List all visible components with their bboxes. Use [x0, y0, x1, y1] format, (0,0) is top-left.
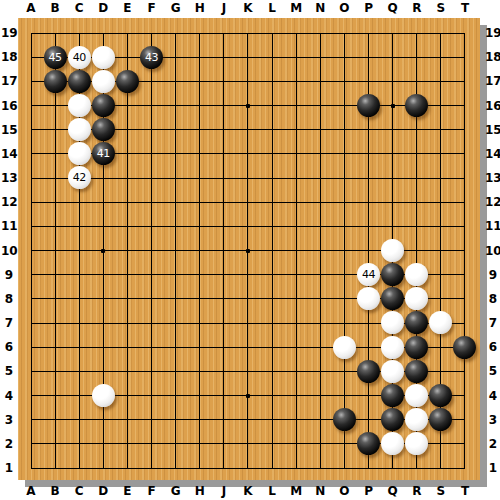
column-label-top-R: R [405, 0, 429, 16]
column-label-top-O: O [332, 0, 356, 16]
row-label-right-6: 6 [485, 339, 500, 355]
black-stone-D14[interactable]: 41 [92, 142, 115, 165]
white-stone-Q7[interactable] [381, 311, 404, 334]
white-stone-R8[interactable] [405, 287, 428, 310]
black-stone-F18[interactable]: 43 [140, 46, 163, 69]
white-stone-Q6[interactable] [381, 336, 404, 359]
black-stone-B17[interactable] [44, 70, 67, 93]
black-stone-D16[interactable] [92, 94, 115, 117]
row-label-right-16: 16 [485, 98, 500, 114]
black-stone-O3[interactable] [333, 408, 356, 431]
move-number-40: 40 [73, 51, 86, 64]
row-label-right-2: 2 [485, 436, 500, 452]
row-label-left-15: 15 [1, 122, 17, 138]
black-stone-R6[interactable] [405, 336, 428, 359]
white-stone-C13[interactable]: 42 [68, 166, 91, 189]
row-label-left-5: 5 [1, 363, 17, 379]
white-stone-D18[interactable] [92, 46, 115, 69]
white-stone-P9[interactable]: 44 [357, 263, 380, 286]
black-stone-S4[interactable] [429, 384, 452, 407]
black-stone-E17[interactable] [116, 70, 139, 93]
white-stone-R3[interactable] [405, 408, 428, 431]
white-stone-Q5[interactable] [381, 360, 404, 383]
black-stone-Q8[interactable] [381, 287, 404, 310]
move-number-44: 44 [362, 268, 375, 281]
row-label-left-7: 7 [1, 315, 17, 331]
column-label-bottom-F: F [140, 483, 164, 499]
row-label-right-19: 19 [485, 25, 500, 41]
column-label-bottom-B: B [43, 483, 67, 499]
row-label-right-7: 7 [485, 315, 500, 331]
row-label-right-3: 3 [485, 412, 500, 428]
row-label-right-11: 11 [485, 218, 500, 234]
black-stone-C17[interactable] [68, 70, 91, 93]
row-label-right-1: 1 [485, 460, 500, 476]
black-stone-P16[interactable] [357, 94, 380, 117]
move-number-43: 43 [145, 51, 158, 64]
go-board[interactable]: 454043414244 [18, 18, 480, 480]
column-label-top-S: S [429, 0, 453, 16]
move-number-41: 41 [97, 147, 110, 160]
column-label-top-N: N [308, 0, 332, 16]
column-label-bottom-O: O [332, 483, 356, 499]
column-label-top-P: P [357, 0, 381, 16]
column-label-top-H: H [188, 0, 212, 16]
black-stone-Q3[interactable] [381, 408, 404, 431]
column-label-top-J: J [212, 0, 236, 16]
row-label-left-8: 8 [1, 291, 17, 307]
white-stone-S7[interactable] [429, 311, 452, 334]
column-label-top-K: K [236, 0, 260, 16]
row-label-left-19: 19 [1, 25, 17, 41]
black-stone-B18[interactable]: 45 [44, 46, 67, 69]
row-label-left-6: 6 [1, 339, 17, 355]
black-stone-T6[interactable] [453, 336, 476, 359]
row-label-right-14: 14 [485, 146, 500, 162]
white-stone-C14[interactable] [68, 142, 91, 165]
white-stone-Q10[interactable] [381, 239, 404, 262]
white-stone-C18[interactable]: 40 [68, 46, 91, 69]
column-label-bottom-Q: Q [381, 483, 405, 499]
column-label-bottom-L: L [260, 483, 284, 499]
stones-layer: 454043414244 [19, 21, 477, 480]
black-stone-R5[interactable] [405, 360, 428, 383]
white-stone-D4[interactable] [92, 384, 115, 407]
row-label-left-14: 14 [1, 146, 17, 162]
row-label-left-9: 9 [1, 267, 17, 283]
row-label-left-18: 18 [1, 49, 17, 65]
column-label-top-Q: Q [381, 0, 405, 16]
row-label-left-3: 3 [1, 412, 17, 428]
row-label-right-8: 8 [485, 291, 500, 307]
row-label-left-16: 16 [1, 98, 17, 114]
row-label-left-17: 17 [1, 73, 17, 89]
column-label-top-L: L [260, 0, 284, 16]
white-stone-C16[interactable] [68, 94, 91, 117]
white-stone-D17[interactable] [92, 70, 115, 93]
row-label-right-15: 15 [485, 122, 500, 138]
white-stone-P8[interactable] [357, 287, 380, 310]
move-number-45: 45 [49, 51, 62, 64]
column-label-bottom-M: M [284, 483, 308, 499]
column-label-bottom-R: R [405, 483, 429, 499]
column-label-bottom-N: N [308, 483, 332, 499]
move-number-42: 42 [73, 171, 86, 184]
row-label-left-2: 2 [1, 436, 17, 452]
row-label-right-17: 17 [485, 73, 500, 89]
black-stone-R7[interactable] [405, 311, 428, 334]
column-label-top-A: A [19, 0, 43, 16]
column-label-top-C: C [67, 0, 91, 16]
column-label-bottom-K: K [236, 483, 260, 499]
column-label-bottom-S: S [429, 483, 453, 499]
white-stone-R9[interactable] [405, 263, 428, 286]
column-label-top-D: D [91, 0, 115, 16]
row-label-right-12: 12 [485, 194, 500, 210]
black-stone-R16[interactable] [405, 94, 428, 117]
row-label-right-5: 5 [485, 363, 500, 379]
column-label-bottom-P: P [357, 483, 381, 499]
black-stone-D15[interactable] [92, 118, 115, 141]
column-label-top-M: M [284, 0, 308, 16]
black-stone-Q9[interactable] [381, 263, 404, 286]
row-label-left-10: 10 [1, 243, 17, 259]
column-label-top-B: B [43, 0, 67, 16]
white-stone-R2[interactable] [405, 432, 428, 455]
black-stone-P5[interactable] [357, 360, 380, 383]
white-stone-R4[interactable] [405, 384, 428, 407]
column-label-bottom-J: J [212, 483, 236, 499]
column-label-bottom-G: G [164, 483, 188, 499]
row-label-right-13: 13 [485, 170, 500, 186]
row-label-right-4: 4 [485, 388, 500, 404]
column-label-top-E: E [115, 0, 139, 16]
black-stone-S3[interactable] [429, 408, 452, 431]
row-label-right-9: 9 [485, 267, 500, 283]
black-stone-Q4[interactable] [381, 384, 404, 407]
go-diagram: 454043414244 ABCDEFGHJKLMNOPQRSTABCDEFGH… [0, 0, 500, 500]
row-label-right-18: 18 [485, 49, 500, 65]
white-stone-O6[interactable] [333, 336, 356, 359]
column-label-top-T: T [453, 0, 477, 16]
column-label-bottom-H: H [188, 483, 212, 499]
column-label-bottom-A: A [19, 483, 43, 499]
column-label-bottom-D: D [91, 483, 115, 499]
row-label-right-10: 10 [485, 243, 500, 259]
column-label-bottom-T: T [453, 483, 477, 499]
row-label-left-13: 13 [1, 170, 17, 186]
black-stone-P2[interactable] [357, 432, 380, 455]
row-label-left-11: 11 [1, 218, 17, 234]
white-stone-Q2[interactable] [381, 432, 404, 455]
row-label-left-4: 4 [1, 388, 17, 404]
column-label-bottom-C: C [67, 483, 91, 499]
white-stone-C15[interactable] [68, 118, 91, 141]
row-label-left-12: 12 [1, 194, 17, 210]
column-label-top-G: G [164, 0, 188, 16]
column-label-top-F: F [140, 0, 164, 16]
row-label-left-1: 1 [1, 460, 17, 476]
column-label-bottom-E: E [115, 483, 139, 499]
